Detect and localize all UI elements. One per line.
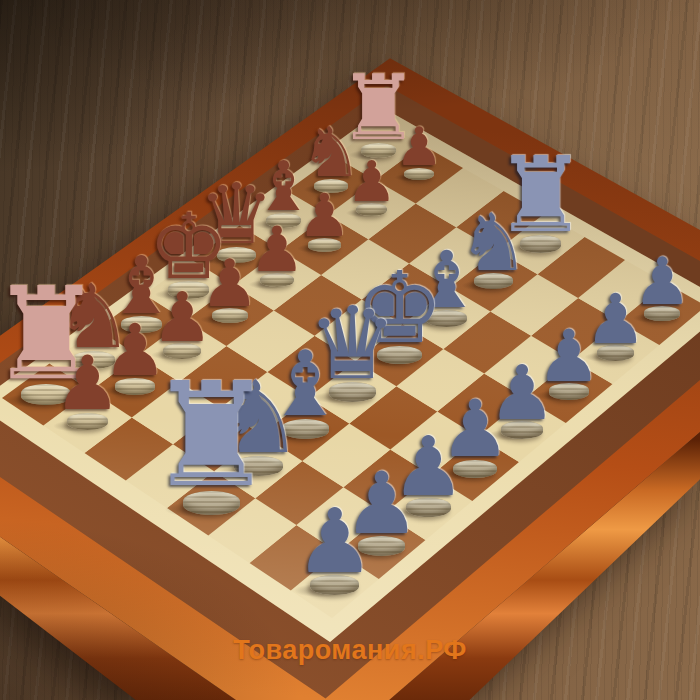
- watermark: Товаромания.РФ: [233, 635, 467, 666]
- chess-set-product-photo: ♜♟♞♟♝♜♟♛♟♞♚♟♟♝♝♟♟♚♞♟♟♛♜♟♝♟♞♟♜♟♟♟ Товаром…: [0, 0, 700, 700]
- chess-board: [0, 0, 700, 700]
